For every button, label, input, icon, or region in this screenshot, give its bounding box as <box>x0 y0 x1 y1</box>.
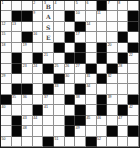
cell-r4-c13[interactable] <box>128 32 139 42</box>
cell-r6-c6[interactable] <box>54 53 65 63</box>
cell-r5-c12[interactable] <box>118 43 129 53</box>
clue-number: 15 <box>2 32 6 36</box>
cell-r4-c1[interactable]: 15 <box>1 32 12 42</box>
cell-r6-c9[interactable] <box>86 53 97 63</box>
cell-r2-c6[interactable] <box>54 11 65 21</box>
cell-r3-c11[interactable] <box>107 22 118 32</box>
cell-r11-c9[interactable] <box>86 105 97 115</box>
cell-r10-c7 <box>65 95 76 105</box>
cell-r5-c5[interactable] <box>43 43 54 53</box>
cell-r5-c8 <box>75 43 86 53</box>
cell-r6-c13[interactable]: 22 <box>128 53 139 63</box>
cell-r11-c1[interactable]: 40 <box>1 105 12 115</box>
cell-r11-c4 <box>33 105 44 115</box>
cell-r14-c4[interactable] <box>33 137 44 147</box>
cell-r3-c10[interactable] <box>97 22 108 32</box>
cell-r4-c2[interactable] <box>12 32 23 42</box>
cell-r9-c13[interactable] <box>128 84 139 94</box>
fill-letter: A <box>43 13 53 20</box>
clue-number: 41 <box>44 105 48 109</box>
cell-r7-c8[interactable]: 27 <box>75 64 86 74</box>
cell-r2-c2 <box>12 11 23 21</box>
cell-r13-c9[interactable] <box>86 126 97 136</box>
cell-r13-c12[interactable] <box>118 126 129 136</box>
clue-number: 26 <box>65 64 69 68</box>
cell-r2-c8[interactable]: 10 <box>75 11 86 21</box>
cell-r6-c3[interactable] <box>22 53 33 63</box>
cell-r3-c6[interactable] <box>54 22 65 32</box>
cell-r4-c7 <box>65 32 76 42</box>
cell-r9-c9[interactable]: 34 <box>86 84 97 94</box>
cell-r6-c8 <box>75 53 86 63</box>
clue-number: 40 <box>2 105 6 109</box>
cell-r10-c2[interactable]: 35 <box>12 95 23 105</box>
cell-r9-c12[interactable] <box>118 84 129 94</box>
clue-number: 30 <box>65 74 69 78</box>
cell-r10-c13 <box>128 95 139 105</box>
clue-number: 16 <box>33 32 37 36</box>
cell-r4-c12 <box>118 32 129 42</box>
cell-r2-c3 <box>22 11 33 21</box>
cell-r12-c6[interactable] <box>54 116 65 126</box>
cell-r6-c11[interactable] <box>107 53 118 63</box>
clue-number: 39 <box>108 95 112 99</box>
cell-r10-c11[interactable]: 39 <box>107 95 118 105</box>
cell-r12-c12[interactable]: 47 <box>118 116 129 126</box>
clue-number: 11 <box>97 11 101 15</box>
cell-r14-c2[interactable] <box>12 137 23 147</box>
cell-r13-c10[interactable] <box>97 126 108 136</box>
cell-r1-c8[interactable]: 5 <box>75 1 86 11</box>
clue-number: 22 <box>129 53 133 57</box>
cell-r11-c8 <box>75 105 86 115</box>
clue-number: 33 <box>55 84 59 88</box>
cell-r1-c7[interactable] <box>65 1 76 11</box>
clue-number: 34 <box>86 84 90 88</box>
cell-r4-c11[interactable] <box>107 32 118 42</box>
cell-r7-c2 <box>12 64 23 74</box>
clue-number: 12 <box>2 22 6 26</box>
clue-number: 24 <box>33 64 37 68</box>
cell-r6-c1[interactable] <box>1 53 12 63</box>
clue-number: 44 <box>33 116 37 120</box>
cell-r3-c13 <box>128 22 139 32</box>
cell-r5-c6 <box>54 43 65 53</box>
cell-r14-c6[interactable]: 51 <box>54 137 65 147</box>
cell-r2-c7 <box>65 11 76 21</box>
cell-r2-c5[interactable]: A <box>43 11 54 21</box>
cell-r2-c12[interactable] <box>118 11 129 21</box>
cell-r7-c6[interactable]: 25 <box>54 64 65 74</box>
cell-r13-c8[interactable]: 49 <box>75 126 86 136</box>
cell-r3-c3[interactable] <box>22 22 33 32</box>
cell-r12-c1[interactable] <box>1 116 12 126</box>
clue-number: 19 <box>23 43 27 47</box>
cell-r7-c5 <box>43 64 54 74</box>
cell-r13-c11 <box>107 126 118 136</box>
cell-r9-c10[interactable] <box>97 84 108 94</box>
cell-r3-c2[interactable]: 13 <box>12 22 23 32</box>
cell-r11-c2[interactable] <box>12 105 23 115</box>
cell-r3-c8 <box>75 22 86 32</box>
clue-number: 6 <box>86 1 88 5</box>
cell-r2-c4[interactable]: 9 <box>33 11 44 21</box>
cell-r6-c4 <box>33 53 44 63</box>
cell-r7-c10[interactable] <box>97 64 108 74</box>
cell-r2-c11[interactable] <box>107 11 118 21</box>
cell-r7-c9 <box>86 64 97 74</box>
cell-r6-c5[interactable]: 21 <box>43 53 54 63</box>
cell-r2-c10[interactable]: 11 <box>97 11 108 21</box>
clue-number: 32 <box>108 74 112 78</box>
cell-r3-c7[interactable] <box>65 22 76 32</box>
cell-r7-c13[interactable] <box>128 64 139 74</box>
clue-number: 43 <box>23 116 27 120</box>
cell-r5-c4[interactable] <box>33 43 44 53</box>
clue-number: 21 <box>44 53 48 57</box>
cell-r11-c5[interactable]: 41 <box>43 105 54 115</box>
cell-r8-c8[interactable] <box>75 74 86 84</box>
cell-r9-c8 <box>75 84 86 94</box>
cell-r12-c5[interactable] <box>43 116 54 126</box>
cell-r11-c6[interactable] <box>54 105 65 115</box>
clue-number: 42 <box>129 105 133 109</box>
cell-r5-c10 <box>97 43 108 53</box>
cell-r12-c9[interactable]: 45 <box>86 116 97 126</box>
cell-r12-c3[interactable]: 43 <box>22 116 33 126</box>
cell-r4-c5[interactable]: E <box>43 32 54 42</box>
cell-r1-c4[interactable]: 2 <box>33 1 44 11</box>
cell-r4-c9[interactable] <box>86 32 97 42</box>
cell-r8-c5[interactable] <box>43 74 54 84</box>
cell-r3-c1[interactable]: 12 <box>1 22 12 32</box>
clue-number: 4 <box>55 1 57 5</box>
clue-number: 48 <box>23 126 27 130</box>
cell-r6-c2 <box>12 53 23 63</box>
clue-number: 49 <box>76 126 80 130</box>
clue-number: 13 <box>12 22 16 26</box>
cell-r10-c3[interactable]: 36 <box>22 95 33 105</box>
cell-r11-c12 <box>118 105 129 115</box>
cell-r1-c5[interactable]: 3B <box>43 1 54 11</box>
cell-r5-c13 <box>128 43 139 53</box>
cell-r10-c4[interactable] <box>33 95 44 105</box>
cell-r5-c1[interactable]: 18 <box>1 43 12 53</box>
cell-r4-c6[interactable] <box>54 32 65 42</box>
cell-r12-c8 <box>75 116 86 126</box>
cell-r14-c1[interactable]: 50 <box>1 137 12 147</box>
cell-r9-c2 <box>12 84 23 94</box>
cell-r11-c7[interactable] <box>65 105 76 115</box>
cell-r11-c10 <box>97 105 108 115</box>
clue-number: 18 <box>2 43 6 47</box>
cell-r12-c4[interactable]: 44 <box>33 116 44 126</box>
cell-r12-c13[interactable] <box>128 116 139 126</box>
clue-number: 5 <box>76 1 78 5</box>
clue-number: 51 <box>55 137 59 141</box>
cell-r9-c11[interactable] <box>107 84 118 94</box>
cell-r10-c8[interactable]: 38 <box>75 95 86 105</box>
cell-r3-c9[interactable]: 14 <box>86 22 97 32</box>
clue-number: 20 <box>108 43 112 47</box>
cell-r13-c4[interactable] <box>33 126 44 136</box>
cell-r12-c11[interactable] <box>107 116 118 126</box>
cell-r8-c9[interactable]: 31 <box>86 74 97 84</box>
cell-r7-c11 <box>107 64 118 74</box>
cell-r5-c7[interactable] <box>65 43 76 53</box>
cell-r8-c11[interactable]: 32 <box>107 74 118 84</box>
fill-letter: B <box>43 3 53 10</box>
clue-number: 1 <box>2 1 4 5</box>
clue-number: 8 <box>118 1 120 5</box>
cell-r13-c3[interactable]: 48 <box>22 126 33 136</box>
cell-r9-c6[interactable]: 33 <box>54 84 65 94</box>
cell-r7-c3[interactable]: 23 <box>22 64 33 74</box>
clue-number: 27 <box>76 64 80 68</box>
cell-r5-c3[interactable]: 19 <box>22 43 33 53</box>
cell-r10-c5[interactable]: 37 <box>43 95 54 105</box>
clue-number: 2 <box>33 1 35 5</box>
cell-r13-c7 <box>65 126 76 136</box>
clue-number: 29 <box>2 74 6 78</box>
clue-number: 37 <box>44 95 48 99</box>
cell-r12-c2 <box>12 116 23 126</box>
cell-r1-c6[interactable]: 4 <box>54 1 65 11</box>
cell-r14-c3[interactable] <box>22 137 33 147</box>
cell-r8-c7[interactable]: 30 <box>65 74 76 84</box>
cell-r8-c13[interactable] <box>128 74 139 84</box>
fill-letter: S <box>43 24 53 31</box>
cell-r3-c4[interactable] <box>33 22 44 32</box>
cell-r14-c9 <box>86 137 97 147</box>
cell-r6-c12 <box>118 53 129 63</box>
clue-number: 38 <box>76 95 80 99</box>
cell-r9-c7[interactable] <box>65 84 76 94</box>
cell-r2-c13 <box>128 11 139 21</box>
cell-r9-c3 <box>22 84 33 94</box>
cell-r8-c4[interactable] <box>33 74 44 84</box>
cell-r12-c10[interactable]: 46 <box>97 116 108 126</box>
crossword-board: 123B456789A10111213S141516E1718192021222… <box>0 0 140 148</box>
clue-number: 14 <box>86 22 90 26</box>
cell-r1-c1[interactable]: 1 <box>1 1 12 11</box>
cell-r10-c1 <box>1 95 12 105</box>
cell-r4-c8[interactable]: 17 <box>75 32 86 42</box>
clue-number: 10 <box>76 11 80 15</box>
cell-r13-c6[interactable] <box>54 126 65 136</box>
clue-number: 47 <box>118 116 122 120</box>
cell-r3-c5[interactable]: S <box>43 22 54 32</box>
cell-r6-c10 <box>97 53 108 63</box>
cell-r8-c2[interactable] <box>12 74 23 84</box>
cell-r13-c2 <box>12 126 23 136</box>
cell-r13-c1[interactable] <box>1 126 12 136</box>
cell-r3-c12[interactable] <box>118 22 129 32</box>
clue-number: 52 <box>97 137 101 141</box>
clue-number: 17 <box>76 32 80 36</box>
cell-r2-c1[interactable] <box>1 11 12 21</box>
cell-r10-c6[interactable] <box>54 95 65 105</box>
cell-r14-c5 <box>43 137 54 147</box>
cell-r8-c12[interactable] <box>118 74 129 84</box>
cell-r1-c9[interactable]: 6 <box>86 1 97 11</box>
cell-r4-c3 <box>22 32 33 42</box>
clue-number: 28 <box>118 64 122 68</box>
fill-letter: E <box>43 34 53 41</box>
cell-r5-c11[interactable]: 20 <box>107 43 118 53</box>
cell-r5-c2[interactable] <box>12 43 23 53</box>
cell-r11-c11[interactable] <box>107 105 118 115</box>
cell-r1-c2[interactable] <box>12 1 23 11</box>
clue-number: 46 <box>97 116 101 120</box>
clue-number: 36 <box>23 95 27 99</box>
cell-r13-c13 <box>128 126 139 136</box>
cell-r4-c4[interactable]: 16 <box>33 32 44 42</box>
cell-r4-c10[interactable] <box>97 32 108 42</box>
clue-number: 31 <box>86 74 90 78</box>
clue-number: 9 <box>33 11 35 15</box>
clue-number: 45 <box>86 116 90 120</box>
cell-r1-c13[interactable] <box>128 1 139 11</box>
cell-r14-c13[interactable] <box>128 137 139 147</box>
cell-r8-c10 <box>97 74 108 84</box>
cell-r11-c13[interactable]: 42 <box>128 105 139 115</box>
cell-r7-c4[interactable]: 24 <box>33 64 44 74</box>
cell-r7-c1[interactable] <box>1 64 12 74</box>
cell-r9-c4[interactable] <box>33 84 44 94</box>
cell-r10-c12[interactable] <box>118 95 129 105</box>
cell-r13-c5[interactable] <box>43 126 54 136</box>
cell-r14-c10[interactable]: 52 <box>97 137 108 147</box>
cell-r1-c3[interactable] <box>22 1 33 11</box>
cell-r14-c12[interactable] <box>118 137 129 147</box>
cell-r9-c1[interactable] <box>1 84 12 94</box>
cell-r5-c9[interactable] <box>86 43 97 53</box>
cell-r14-c7[interactable] <box>65 137 76 147</box>
clue-number: 7 <box>108 1 110 5</box>
cell-r9-c5 <box>43 84 54 94</box>
cell-r12-c7 <box>65 116 76 126</box>
cell-r10-c9[interactable] <box>86 95 97 105</box>
cell-r1-c12[interactable]: 8 <box>118 1 129 11</box>
cell-r1-c10 <box>97 1 108 11</box>
cell-r1-c11[interactable]: 7 <box>107 1 118 11</box>
cell-r8-c6 <box>54 74 65 84</box>
cell-r11-c3[interactable] <box>22 105 33 115</box>
cell-r2-c9[interactable] <box>86 11 97 21</box>
clue-number: 25 <box>55 64 59 68</box>
cell-r8-c3[interactable] <box>22 74 33 84</box>
cell-r6-c7 <box>65 53 76 63</box>
cell-r14-c11[interactable] <box>107 137 118 147</box>
cell-r7-c12[interactable]: 28 <box>118 64 129 74</box>
clue-number: 23 <box>23 64 27 68</box>
cell-r7-c7[interactable]: 26 <box>65 64 76 74</box>
cell-r14-c8[interactable] <box>75 137 86 147</box>
cell-r10-c10 <box>97 95 108 105</box>
clue-number: 35 <box>12 95 16 99</box>
clue-number: 50 <box>2 137 6 141</box>
cell-r8-c1[interactable]: 29 <box>1 74 12 84</box>
